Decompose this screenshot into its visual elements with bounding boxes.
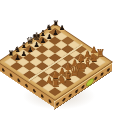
piece-white-rook: ♜ bbox=[49, 76, 63, 92]
piece-black-pawn: ♟ bbox=[10, 51, 24, 67]
chess-set-product-photo[interactable]: ♜♞♝♛♚♝♞♜♟♟♟♟♟♟♟♟♟♟♟♟♟♟♟♟♜♞♝♛♚♝♞♜ bbox=[0, 0, 125, 125]
square-a1: ♜ bbox=[49, 88, 62, 97]
